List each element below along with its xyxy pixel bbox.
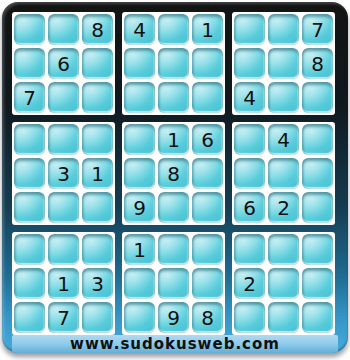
cell-r6c9[interactable]	[302, 192, 333, 223]
cell-r2c3[interactable]	[82, 48, 113, 79]
cell-r1c1[interactable]	[14, 14, 45, 45]
cell-r6c6[interactable]	[192, 192, 223, 223]
cell-r8c3[interactable]: 3	[82, 268, 113, 299]
cell-r3c8[interactable]	[268, 82, 299, 113]
box-2-2: 1689	[122, 122, 225, 225]
box-1-1: 867	[12, 12, 115, 115]
sudoku-grid: 867417843116894621371982	[12, 12, 335, 335]
cell-r3c7[interactable]: 4	[234, 82, 265, 113]
box-1-3: 784	[232, 12, 335, 115]
cell-r1c6[interactable]: 1	[192, 14, 223, 45]
cell-r4c7[interactable]	[234, 124, 265, 155]
cell-r5c7[interactable]	[234, 158, 265, 189]
cell-r4c1[interactable]	[14, 124, 45, 155]
cell-r9c1[interactable]	[14, 302, 45, 333]
cell-r5c2[interactable]: 3	[48, 158, 79, 189]
cell-r3c6[interactable]	[192, 82, 223, 113]
cell-r2c7[interactable]	[234, 48, 265, 79]
cell-r4c8[interactable]: 4	[268, 124, 299, 155]
cell-r6c2[interactable]	[48, 192, 79, 223]
cell-r3c5[interactable]	[158, 82, 189, 113]
cell-r7c7[interactable]	[234, 234, 265, 265]
cell-r4c2[interactable]	[48, 124, 79, 155]
cell-r7c2[interactable]	[48, 234, 79, 265]
cell-r1c5[interactable]	[158, 14, 189, 45]
cell-r1c4[interactable]: 4	[124, 14, 155, 45]
cell-r5c6[interactable]	[192, 158, 223, 189]
cell-r9c2[interactable]: 7	[48, 302, 79, 333]
cell-r7c1[interactable]	[14, 234, 45, 265]
cell-r7c4[interactable]: 1	[124, 234, 155, 265]
cell-r2c6[interactable]	[192, 48, 223, 79]
box-3-3: 2	[232, 232, 335, 335]
box-2-3: 462	[232, 122, 335, 225]
cell-r9c9[interactable]	[302, 302, 333, 333]
cell-r3c4[interactable]	[124, 82, 155, 113]
cell-r5c1[interactable]	[14, 158, 45, 189]
cell-r8c7[interactable]: 2	[234, 268, 265, 299]
cell-r8c6[interactable]	[192, 268, 223, 299]
cell-r8c2[interactable]: 1	[48, 268, 79, 299]
cell-r6c5[interactable]	[158, 192, 189, 223]
cell-r8c4[interactable]	[124, 268, 155, 299]
cell-r7c5[interactable]	[158, 234, 189, 265]
cell-r6c7[interactable]: 6	[234, 192, 265, 223]
cell-r7c8[interactable]	[268, 234, 299, 265]
cell-r9c5[interactable]: 9	[158, 302, 189, 333]
cell-r1c3[interactable]: 8	[82, 14, 113, 45]
cell-r1c9[interactable]: 7	[302, 14, 333, 45]
cell-r3c3[interactable]	[82, 82, 113, 113]
cell-r9c7[interactable]	[234, 302, 265, 333]
box-3-2: 198	[122, 232, 225, 335]
cell-r8c8[interactable]	[268, 268, 299, 299]
cell-r5c9[interactable]	[302, 158, 333, 189]
cell-r5c8[interactable]	[268, 158, 299, 189]
cell-r5c5[interactable]: 8	[158, 158, 189, 189]
cell-r4c4[interactable]	[124, 124, 155, 155]
cell-r2c1[interactable]	[14, 48, 45, 79]
cell-r5c4[interactable]	[124, 158, 155, 189]
cell-r9c4[interactable]	[124, 302, 155, 333]
box-2-1: 31	[12, 122, 115, 225]
cell-r3c1[interactable]: 7	[14, 82, 45, 113]
cell-r2c9[interactable]: 8	[302, 48, 333, 79]
cell-r5c3[interactable]: 1	[82, 158, 113, 189]
footer-bar: www.sudokusweb.com	[12, 335, 338, 353]
cell-r4c6[interactable]: 6	[192, 124, 223, 155]
cell-r8c5[interactable]	[158, 268, 189, 299]
cell-r2c5[interactable]	[158, 48, 189, 79]
cell-r6c4[interactable]: 9	[124, 192, 155, 223]
sudoku-board: 867417843116894621371982 www.sudokusweb.…	[2, 2, 348, 353]
cell-r4c3[interactable]	[82, 124, 113, 155]
cell-r4c5[interactable]: 1	[158, 124, 189, 155]
cell-r1c7[interactable]	[234, 14, 265, 45]
box-3-1: 137	[12, 232, 115, 335]
box-1-2: 41	[122, 12, 225, 115]
cell-r3c9[interactable]	[302, 82, 333, 113]
cell-r4c9[interactable]	[302, 124, 333, 155]
cell-r8c9[interactable]	[302, 268, 333, 299]
cell-r9c8[interactable]	[268, 302, 299, 333]
cell-r2c8[interactable]	[268, 48, 299, 79]
cell-r2c4[interactable]	[124, 48, 155, 79]
website-link[interactable]: www.sudokusweb.com	[70, 335, 280, 353]
cell-r9c3[interactable]	[82, 302, 113, 333]
cell-r7c9[interactable]	[302, 234, 333, 265]
cell-r3c2[interactable]	[48, 82, 79, 113]
cell-r7c3[interactable]	[82, 234, 113, 265]
cell-r2c2[interactable]: 6	[48, 48, 79, 79]
cell-r1c8[interactable]	[268, 14, 299, 45]
cell-r6c8[interactable]: 2	[268, 192, 299, 223]
cell-r1c2[interactable]	[48, 14, 79, 45]
cell-r7c6[interactable]	[192, 234, 223, 265]
cell-r6c1[interactable]	[14, 192, 45, 223]
cell-r9c6[interactable]: 8	[192, 302, 223, 333]
cell-r8c1[interactable]	[14, 268, 45, 299]
cell-r6c3[interactable]	[82, 192, 113, 223]
